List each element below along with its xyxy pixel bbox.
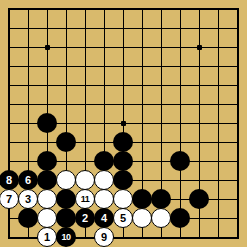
star-point: [45, 45, 50, 50]
black-stone-move-2: 2: [75, 208, 95, 228]
black-stone: [56, 208, 76, 228]
white-stone: [56, 170, 76, 190]
black-stone: [151, 189, 171, 209]
black-stone-move-6: 6: [18, 170, 38, 190]
black-stone: [56, 189, 76, 209]
white-stone: [151, 208, 171, 228]
black-stone: [56, 132, 76, 152]
white-stone-move-11: 11: [75, 189, 95, 209]
go-board: 8673112451109: [0, 0, 247, 247]
black-stone: [113, 151, 133, 171]
black-stone: [189, 189, 209, 209]
white-stone: [94, 170, 114, 190]
black-stone: [132, 189, 152, 209]
black-stone: [94, 151, 114, 171]
black-stone: [113, 132, 133, 152]
white-stone: [75, 170, 95, 190]
white-stone-move-3: 3: [18, 189, 38, 209]
black-stone-move-10: 10: [56, 227, 76, 247]
black-stone: [37, 113, 57, 133]
white-stone: [132, 208, 152, 228]
white-stone: [94, 189, 114, 209]
black-stone: [37, 151, 57, 171]
black-stone: [170, 151, 190, 171]
black-stone-move-4: 4: [94, 208, 114, 228]
white-stone-move-9: 9: [94, 227, 114, 247]
star-point: [121, 121, 126, 126]
white-stone-move-5: 5: [113, 208, 133, 228]
black-stone: [113, 170, 133, 190]
star-point: [197, 45, 202, 50]
white-stone: [37, 208, 57, 228]
white-stone: [37, 189, 57, 209]
black-stone-move-8: 8: [0, 170, 19, 190]
black-stone: [37, 170, 57, 190]
white-stone-move-1: 1: [37, 227, 57, 247]
black-stone: [18, 208, 38, 228]
black-stone: [170, 208, 190, 228]
white-stone-move-7: 7: [0, 189, 19, 209]
white-stone: [113, 189, 133, 209]
